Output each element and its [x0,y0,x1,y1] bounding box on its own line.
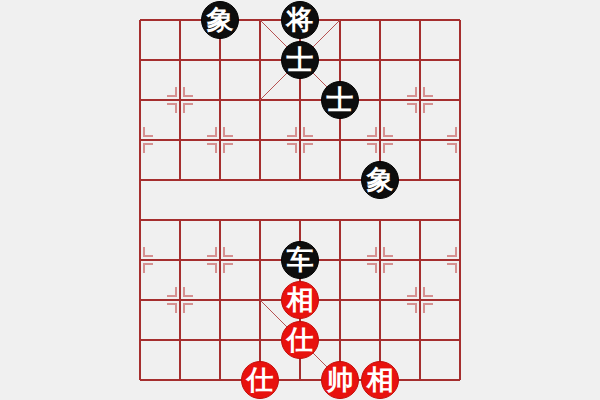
piece-glyph: 士 [327,81,354,119]
xiangqi-board: 象将士士象车相仕仕帅相 [0,0,600,400]
piece-glyph: 士 [287,41,314,79]
piece-glyph: 车 [287,241,314,279]
piece-glyph: 象 [207,1,234,39]
piece-black-象[interactable]: 象 [361,161,399,199]
piece-red-仕[interactable]: 仕 [241,361,279,399]
piece-black-车[interactable]: 车 [281,241,319,279]
piece-black-将[interactable]: 将 [281,1,319,39]
piece-red-帅[interactable]: 帅 [321,361,359,399]
piece-glyph: 仕 [287,321,314,359]
piece-glyph: 仕 [247,361,274,399]
piece-red-相[interactable]: 相 [361,361,399,399]
piece-glyph: 相 [287,281,314,319]
piece-red-相[interactable]: 相 [281,281,319,319]
piece-glyph: 象 [367,161,394,199]
piece-glyph: 将 [287,1,314,39]
xiangqi-app: 象将士士象车相仕仕帅相 [0,0,600,400]
piece-glyph: 相 [367,361,394,399]
piece-black-士[interactable]: 士 [321,81,359,119]
piece-black-士[interactable]: 士 [281,41,319,79]
piece-red-仕[interactable]: 仕 [281,321,319,359]
piece-black-象[interactable]: 象 [201,1,239,39]
piece-layer: 象将士士象车相仕仕帅相 [120,0,480,400]
piece-glyph: 帅 [327,361,354,399]
